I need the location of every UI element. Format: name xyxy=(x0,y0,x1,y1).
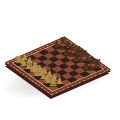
product-photo: ♜♞♝♛♚♝♞♜♟♟♟♟♟♟♟♟♟♟♟♟♟♟♟♟♜♞♝♛♚♝♞♜ xyxy=(0,0,120,120)
